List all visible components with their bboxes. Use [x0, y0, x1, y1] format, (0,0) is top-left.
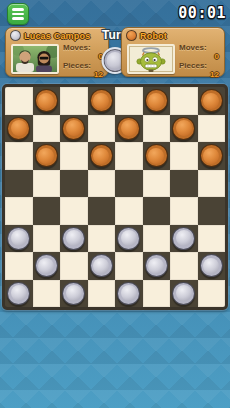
square-r6c2[interactable] — [33, 225, 61, 253]
square-r7c1[interactable] — [5, 252, 33, 280]
square-r5c2[interactable] — [33, 197, 61, 225]
menu-button[interactable] — [7, 3, 29, 25]
bronze-piece[interactable] — [35, 89, 58, 112]
square-r1c1[interactable] — [5, 87, 33, 115]
player-right-stats: Moves: 0 Pieces: 12 — [179, 44, 219, 80]
square-r5c3[interactable] — [60, 197, 88, 225]
square-r1c3[interactable] — [60, 87, 88, 115]
bronze-piece[interactable] — [172, 117, 195, 140]
square-r4c5[interactable] — [115, 170, 143, 198]
moves-label: Moves: — [63, 44, 103, 52]
square-r3c2[interactable] — [33, 142, 61, 170]
square-r8c1[interactable] — [5, 280, 33, 308]
player-left-header: Lucas Campos — [10, 30, 90, 41]
square-r5c8[interactable] — [198, 197, 226, 225]
silver-piece[interactable] — [62, 227, 85, 250]
square-r2c1[interactable] — [5, 115, 33, 143]
square-r6c8[interactable] — [198, 225, 226, 253]
square-r3c3[interactable] — [60, 142, 88, 170]
silver-piece[interactable] — [35, 254, 58, 277]
silver-piece-icon — [10, 30, 21, 41]
square-r7c7[interactable] — [170, 252, 198, 280]
square-r3c5[interactable] — [115, 142, 143, 170]
game-timer: 00:01 — [178, 4, 226, 22]
bronze-piece[interactable] — [117, 117, 140, 140]
bronze-piece[interactable] — [145, 144, 168, 167]
square-r6c1[interactable] — [5, 225, 33, 253]
bronze-piece[interactable] — [200, 89, 223, 112]
square-r2c6[interactable] — [143, 115, 171, 143]
square-r7c6[interactable] — [143, 252, 171, 280]
square-r3c6[interactable] — [143, 142, 171, 170]
bronze-piece[interactable] — [35, 144, 58, 167]
square-r7c5[interactable] — [115, 252, 143, 280]
square-r2c3[interactable] — [60, 115, 88, 143]
square-r2c8[interactable] — [198, 115, 226, 143]
square-r7c4[interactable] — [88, 252, 116, 280]
square-r4c6[interactable] — [143, 170, 171, 198]
bronze-piece-icon — [126, 30, 137, 41]
game-screen: 00:01 Lucas Campos — [0, 0, 230, 408]
bronze-piece[interactable] — [90, 89, 113, 112]
player-panel-right: Robot — [121, 27, 225, 77]
silver-piece[interactable] — [145, 254, 168, 277]
square-r4c4[interactable] — [88, 170, 116, 198]
pieces-value: 12 — [179, 71, 219, 79]
pieces-label: Pieces: — [63, 62, 103, 70]
square-r1c7[interactable] — [170, 87, 198, 115]
silver-piece[interactable] — [7, 282, 30, 305]
square-r6c5[interactable] — [115, 225, 143, 253]
square-r8c4[interactable] — [88, 280, 116, 308]
silver-piece[interactable] — [62, 282, 85, 305]
square-r5c6[interactable] — [143, 197, 171, 225]
board — [2, 84, 228, 310]
pieces-value: 12 — [63, 71, 103, 79]
square-r5c4[interactable] — [88, 197, 116, 225]
player-right-avatar — [127, 44, 175, 74]
square-r4c3[interactable] — [60, 170, 88, 198]
square-r4c1[interactable] — [5, 170, 33, 198]
player-right-header: Robot — [126, 30, 167, 41]
player-left-avatar — [11, 44, 59, 74]
square-r2c7[interactable] — [170, 115, 198, 143]
bronze-piece[interactable] — [7, 117, 30, 140]
square-r8c3[interactable] — [60, 280, 88, 308]
silver-piece[interactable] — [172, 227, 195, 250]
square-r8c8[interactable] — [198, 280, 226, 308]
silver-piece[interactable] — [7, 227, 30, 250]
square-r2c4[interactable] — [88, 115, 116, 143]
square-r3c4[interactable] — [88, 142, 116, 170]
square-r3c8[interactable] — [198, 142, 226, 170]
square-r8c6[interactable] — [143, 280, 171, 308]
square-r1c5[interactable] — [115, 87, 143, 115]
pieces-label: Pieces: — [179, 62, 219, 70]
square-r6c3[interactable] — [60, 225, 88, 253]
square-r6c7[interactable] — [170, 225, 198, 253]
square-r5c1[interactable] — [5, 197, 33, 225]
robot-face — [129, 46, 173, 72]
player-left-name: Lucas Campos — [24, 31, 90, 41]
square-r2c2[interactable] — [33, 115, 61, 143]
bronze-piece[interactable] — [145, 89, 168, 112]
square-r4c2[interactable] — [33, 170, 61, 198]
silver-piece[interactable] — [200, 254, 223, 277]
square-r1c4[interactable] — [88, 87, 116, 115]
square-r1c8[interactable] — [198, 87, 226, 115]
silver-piece[interactable] — [117, 227, 140, 250]
square-r5c7[interactable] — [170, 197, 198, 225]
player-left-stats: Moves: 0 Pieces: 12 — [63, 44, 103, 80]
square-r6c4[interactable] — [88, 225, 116, 253]
moves-value: 0 — [179, 53, 219, 61]
square-r3c1[interactable] — [5, 142, 33, 170]
square-r7c3[interactable] — [60, 252, 88, 280]
square-r7c8[interactable] — [198, 252, 226, 280]
square-r3c7[interactable] — [170, 142, 198, 170]
silver-piece[interactable] — [117, 282, 140, 305]
square-r1c6[interactable] — [143, 87, 171, 115]
square-r4c8[interactable] — [198, 170, 226, 198]
bronze-piece[interactable] — [90, 144, 113, 167]
moves-label: Moves: — [179, 44, 219, 52]
player-right-name: Robot — [140, 31, 167, 41]
bronze-piece[interactable] — [200, 144, 223, 167]
player-panel-left: Lucas Campos — [5, 27, 109, 77]
square-r8c5[interactable] — [115, 280, 143, 308]
square-r1c2[interactable] — [33, 87, 61, 115]
square-r2c5[interactable] — [115, 115, 143, 143]
bronze-piece[interactable] — [62, 117, 85, 140]
silver-piece[interactable] — [172, 282, 195, 305]
silver-piece[interactable] — [90, 254, 113, 277]
square-r4c7[interactable] — [170, 170, 198, 198]
moves-value: 0 — [63, 53, 103, 61]
square-r8c7[interactable] — [170, 280, 198, 308]
square-r6c6[interactable] — [143, 225, 171, 253]
square-r8c2[interactable] — [33, 280, 61, 308]
couple-photo — [13, 46, 57, 72]
square-r5c5[interactable] — [115, 197, 143, 225]
square-r7c2[interactable] — [33, 252, 61, 280]
